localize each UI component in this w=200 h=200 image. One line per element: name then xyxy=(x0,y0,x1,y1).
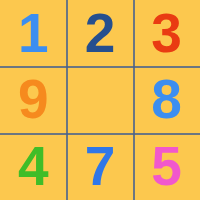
cell-r0c2[interactable]: 3 xyxy=(133,0,200,67)
cell-r2c2[interactable]: 5 xyxy=(133,133,200,200)
cell-r2c1[interactable]: 7 xyxy=(67,133,134,200)
cell-r2c0[interactable]: 4 xyxy=(0,133,67,200)
cell-r1c2[interactable]: 8 xyxy=(133,67,200,134)
cell-r1c0[interactable]: 9 xyxy=(0,67,67,134)
cell-grid: 12398475 xyxy=(0,0,200,200)
cell-r1c1-empty[interactable] xyxy=(67,67,134,134)
sudoku-board: 12398475 xyxy=(0,0,200,200)
cell-r0c1[interactable]: 2 xyxy=(67,0,134,67)
cell-r0c0[interactable]: 1 xyxy=(0,0,67,67)
